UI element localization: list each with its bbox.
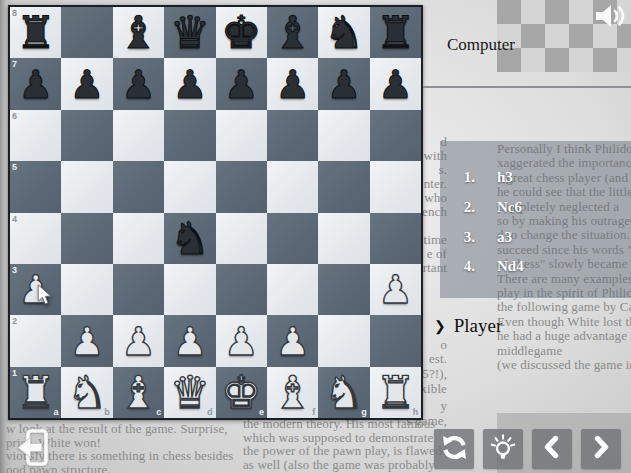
checker-cell [545,24,569,48]
square-h1[interactable]: h♜ [370,367,421,418]
square-e8[interactable]: ♚ [216,7,267,58]
square-a4[interactable]: 4 [10,213,61,264]
square-d6[interactable] [164,110,215,161]
control-buttons [434,429,621,469]
chevron-left-icon [540,435,564,463]
piece-white-knight-b1[interactable]: ♞ [67,370,107,415]
file-label-g: g [361,407,367,417]
checker-cell [545,48,569,72]
player-turn-chevron-icon: ❯ [434,318,446,334]
square-f7[interactable]: ♟ [267,58,318,109]
square-d5[interactable] [164,161,215,212]
book-text-line: xible [421,381,448,397]
square-c1[interactable]: c♝ [113,367,164,418]
square-g6[interactable] [318,110,369,161]
checker-cell [545,0,569,24]
chess-app-window: ded withs.nter.whoe Frenche timee oforta… [0,0,631,473]
checker-cell [617,48,631,72]
file-label-d: d [207,407,213,417]
square-b2[interactable]: ♟ [61,315,112,366]
hint-button[interactable] [483,429,523,469]
square-e1[interactable]: e♚ [216,367,267,418]
square-f5[interactable] [267,161,318,212]
checker-cell [593,48,617,72]
piece-black-bishop-c8[interactable]: ♝ [118,10,158,55]
move-san: Nd4 [497,258,524,274]
file-label-c: c [156,407,161,417]
square-a2[interactable]: 2 [10,315,61,366]
piece-black-rook-a8[interactable]: ♜ [16,10,56,55]
piece-black-pawn-e7[interactable]: ♟ [224,65,259,104]
move-number: 2. [440,199,475,216]
square-e6[interactable] [216,110,267,161]
square-h6[interactable] [370,110,421,161]
square-d2[interactable]: ♟ [164,315,215,366]
file-label-a: a [53,407,58,417]
square-g8[interactable]: ♞ [318,7,369,58]
piece-white-rook-a1[interactable]: ♜ [16,370,56,415]
square-b8[interactable] [61,7,112,58]
piece-white-rook-h1[interactable]: ♜ [375,370,415,415]
rank-label-3: 3 [12,265,17,275]
square-g7[interactable]: ♟ [318,58,369,109]
move-row-1[interactable]: 1.h3 [440,169,631,186]
square-a8[interactable]: 8♜ [10,7,61,58]
square-b6[interactable] [61,110,112,161]
computer-player-label: Computer [447,35,515,55]
square-a6[interactable]: 6 [10,110,61,161]
move-row-3[interactable]: 3.a3 [440,229,631,246]
square-e3[interactable] [216,264,267,315]
square-d4[interactable]: ♞ [164,213,215,264]
piece-black-pawn-h7[interactable]: ♟ [378,65,413,104]
file-label-h: h [413,407,419,417]
square-g2[interactable] [318,315,369,366]
piece-white-pawn-b2[interactable]: ♟ [70,322,105,361]
square-c8[interactable]: ♝ [113,7,164,58]
piece-black-pawn-g7[interactable]: ♟ [327,65,362,104]
piece-white-queen-d1[interactable]: ♛ [170,370,210,415]
exit-arrow-icon[interactable] [15,427,50,473]
book-text-line: y [440,398,447,414]
square-e2[interactable]: ♟ [216,315,267,366]
square-b1[interactable]: b♞ [61,367,112,418]
speaker-icon[interactable] [594,3,628,33]
checker-cell [521,0,545,24]
square-c2[interactable]: ♟ [113,315,164,366]
rank-label-8: 8 [12,8,17,18]
square-e4[interactable] [216,213,267,264]
move-row-2[interactable]: 2.Nc6 [440,199,631,216]
piece-white-bishop-f1[interactable]: ♝ [272,370,312,415]
checker-cell [569,48,593,72]
checker-cell [521,48,545,72]
square-f3[interactable] [267,264,318,315]
rank-label-4: 4 [12,214,17,224]
square-g4[interactable] [318,213,369,264]
mouse-cursor [37,284,52,310]
piece-white-pawn-h3[interactable]: ♟ [378,270,413,309]
move-number: 1. [440,169,475,186]
square-f8[interactable]: ♝ [267,7,318,58]
previous-move-button[interactable] [532,429,572,469]
move-san: Nc6 [497,199,522,215]
square-h7[interactable]: ♟ [370,58,421,109]
move-number: 3. [440,229,475,246]
rank-label-7: 7 [12,59,17,69]
square-d1[interactable]: d♛ [164,367,215,418]
square-e5[interactable] [216,161,267,212]
piece-black-pawn-a7[interactable]: ♟ [18,65,53,104]
rank-label-5: 5 [12,162,17,172]
square-f4[interactable] [267,213,318,264]
checker-cell [497,0,521,24]
refresh-icon [441,434,468,465]
file-label-f: f [312,407,315,417]
square-b4[interactable] [61,213,112,264]
piece-white-pawn-f2[interactable]: ♟ [275,322,310,361]
square-g1[interactable]: g♞ [318,367,369,418]
piece-black-knight-d4[interactable]: ♞ [170,216,210,261]
square-b3[interactable] [61,264,112,315]
move-san: a3 [497,229,512,245]
rank-label-1: 1 [12,368,17,378]
square-f6[interactable] [267,110,318,161]
square-c7[interactable]: ♟ [113,58,164,109]
piece-black-bishop-f8[interactable]: ♝ [272,10,312,55]
human-player-label: Player [454,315,503,337]
checker-cell [569,24,593,48]
restart-button[interactable] [434,429,474,469]
move-san: h3 [497,169,513,185]
square-a1[interactable]: 1a♜ [10,367,61,418]
rank-label-2: 2 [12,316,17,326]
panel-divider [423,86,631,88]
square-h2[interactable] [370,315,421,366]
piece-white-knight-g1[interactable]: ♞ [324,370,364,415]
square-a7[interactable]: 7♟ [10,58,61,109]
player-row: ❯ Player [434,315,502,337]
checker-cell [569,0,593,24]
square-c5[interactable] [113,161,164,212]
piece-black-knight-g8[interactable]: ♞ [324,10,364,55]
square-c3[interactable] [113,264,164,315]
square-f2[interactable]: ♟ [267,315,318,366]
piece-white-pawn-c2[interactable]: ♟ [121,322,156,361]
square-g5[interactable] [318,161,369,212]
square-d3[interactable] [164,264,215,315]
square-b7[interactable]: ♟ [61,58,112,109]
piece-black-pawn-d7[interactable]: ♟ [172,65,207,104]
rank-label-6: 6 [12,111,17,121]
square-d7[interactable]: ♟ [164,58,215,109]
square-a5[interactable]: 5 [10,161,61,212]
square-h3[interactable]: ♟ [370,264,421,315]
piece-black-queen-d8[interactable]: ♛ [170,10,210,55]
piece-white-pawn-d2[interactable]: ♟ [172,322,207,361]
checker-cell [521,24,545,48]
square-c4[interactable] [113,213,164,264]
lightbulb-icon [489,433,517,465]
piece-white-king-e1[interactable]: ♚ [221,370,261,415]
piece-white-pawn-e2[interactable]: ♟ [224,322,259,361]
square-h8[interactable]: ♜ [370,7,421,58]
move-number: 4. [440,258,475,275]
piece-black-pawn-f7[interactable]: ♟ [275,65,310,104]
square-d8[interactable]: ♛ [164,7,215,58]
square-h5[interactable] [370,161,421,212]
square-c6[interactable] [113,110,164,161]
piece-black-rook-h8[interactable]: ♜ [375,10,415,55]
piece-black-pawn-c7[interactable]: ♟ [121,65,156,104]
book-text-line: as well (also the game was probably [243,457,435,473]
square-b5[interactable] [61,161,112,212]
book-text-line: est. [429,351,447,367]
chess-board[interactable]: 8♜♝♛♚♝♞♜7♟♟♟♟♟♟♟♟654♞3♟♟2♟♟♟♟♟1a♜b♞c♝d♛e… [8,5,423,420]
move-row-4[interactable]: 4.Nd4 [440,258,631,275]
book-text-line: (we discussed the game in th [497,357,631,373]
chevron-right-icon [589,435,613,463]
file-label-b: b [104,407,110,417]
piece-black-pawn-b7[interactable]: ♟ [70,65,105,104]
next-move-button[interactable] [581,429,621,469]
square-a3[interactable]: 3♟ [10,264,61,315]
square-e7[interactable]: ♟ [216,58,267,109]
square-f1[interactable]: f♝ [267,367,318,418]
square-h4[interactable] [370,213,421,264]
piece-white-bishop-c1[interactable]: ♝ [118,370,158,415]
square-g3[interactable] [318,264,369,315]
file-label-e: e [259,407,264,417]
piece-black-king-e8[interactable]: ♚ [221,10,261,55]
